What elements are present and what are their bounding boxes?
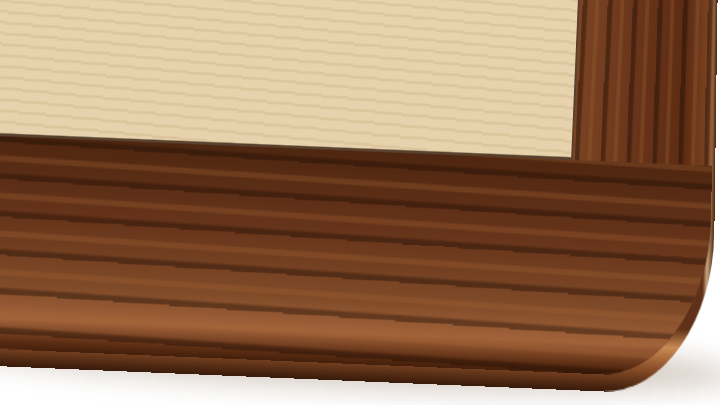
camera-tilt-layer	[0, 0, 720, 405]
perspective-scene	[0, 0, 720, 405]
chessboard-photo	[0, 0, 720, 405]
maple-border-strip	[0, 0, 630, 160]
chess-board	[0, 0, 720, 379]
